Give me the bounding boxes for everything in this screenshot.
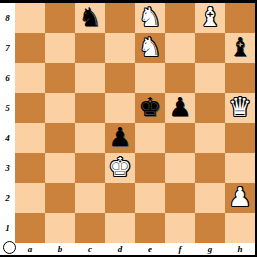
file-label-d: d bbox=[105, 243, 135, 255]
square-g3[interactable] bbox=[195, 153, 225, 183]
square-g1[interactable] bbox=[195, 213, 225, 243]
square-b1[interactable] bbox=[45, 213, 75, 243]
square-c5[interactable] bbox=[75, 93, 105, 123]
square-e1[interactable] bbox=[135, 213, 165, 243]
file-label-h: h bbox=[225, 243, 255, 255]
square-a2[interactable] bbox=[15, 183, 45, 213]
frame-border-right bbox=[255, 0, 257, 257]
square-f7[interactable] bbox=[165, 33, 195, 63]
piece-white-knight[interactable]: ♞ bbox=[138, 4, 161, 30]
square-c8[interactable]: ♞ bbox=[75, 3, 105, 33]
square-g6[interactable] bbox=[195, 63, 225, 93]
square-f1[interactable] bbox=[165, 213, 195, 243]
square-g5[interactable] bbox=[195, 93, 225, 123]
square-h3[interactable] bbox=[225, 153, 255, 183]
rank-label-3: 3 bbox=[0, 153, 15, 183]
chess-diagram: ♞♞♝♞♝♚♟♛♟♚♟ 87654321 abcdefgh bbox=[0, 0, 257, 257]
square-h4[interactable] bbox=[225, 123, 255, 153]
square-g7[interactable] bbox=[195, 33, 225, 63]
square-b4[interactable] bbox=[45, 123, 75, 153]
square-b2[interactable] bbox=[45, 183, 75, 213]
rank-label-7: 7 bbox=[0, 33, 15, 63]
square-d3[interactable]: ♚ bbox=[105, 153, 135, 183]
rank-label-4: 4 bbox=[0, 123, 15, 153]
square-b5[interactable] bbox=[45, 93, 75, 123]
piece-white-king[interactable]: ♚ bbox=[108, 154, 131, 180]
square-c3[interactable] bbox=[75, 153, 105, 183]
file-label-f: f bbox=[165, 243, 195, 255]
square-a6[interactable] bbox=[15, 63, 45, 93]
square-d4[interactable]: ♟ bbox=[105, 123, 135, 153]
square-a1[interactable] bbox=[15, 213, 45, 243]
square-h6[interactable] bbox=[225, 63, 255, 93]
square-a5[interactable] bbox=[15, 93, 45, 123]
square-d7[interactable] bbox=[105, 33, 135, 63]
file-label-e: e bbox=[135, 243, 165, 255]
square-a3[interactable] bbox=[15, 153, 45, 183]
square-e2[interactable] bbox=[135, 183, 165, 213]
square-c6[interactable] bbox=[75, 63, 105, 93]
piece-white-knight[interactable]: ♞ bbox=[138, 34, 161, 60]
piece-black-bishop[interactable]: ♝ bbox=[228, 34, 251, 60]
square-h7[interactable]: ♝ bbox=[225, 33, 255, 63]
file-label-a: a bbox=[15, 243, 45, 255]
white-to-move-icon bbox=[3, 241, 16, 254]
square-g8[interactable]: ♝ bbox=[195, 3, 225, 33]
piece-white-pawn[interactable]: ♟ bbox=[228, 184, 251, 210]
square-a4[interactable] bbox=[15, 123, 45, 153]
square-d1[interactable] bbox=[105, 213, 135, 243]
square-c4[interactable] bbox=[75, 123, 105, 153]
square-f3[interactable] bbox=[165, 153, 195, 183]
piece-black-knight[interactable]: ♞ bbox=[78, 4, 101, 30]
square-f6[interactable] bbox=[165, 63, 195, 93]
square-h1[interactable] bbox=[225, 213, 255, 243]
square-f4[interactable] bbox=[165, 123, 195, 153]
rank-label-2: 2 bbox=[0, 183, 15, 213]
square-f8[interactable] bbox=[165, 3, 195, 33]
square-f5[interactable]: ♟ bbox=[165, 93, 195, 123]
square-b8[interactable] bbox=[45, 3, 75, 33]
square-d2[interactable] bbox=[105, 183, 135, 213]
rank-label-5: 5 bbox=[0, 93, 15, 123]
square-c2[interactable] bbox=[75, 183, 105, 213]
piece-black-king[interactable]: ♚ bbox=[138, 94, 161, 120]
file-label-g: g bbox=[195, 243, 225, 255]
piece-black-pawn[interactable]: ♟ bbox=[168, 94, 191, 120]
square-e6[interactable] bbox=[135, 63, 165, 93]
piece-white-bishop[interactable]: ♝ bbox=[198, 4, 221, 30]
square-a8[interactable] bbox=[15, 3, 45, 33]
chess-board[interactable]: ♞♞♝♞♝♚♟♛♟♚♟ bbox=[15, 3, 255, 243]
file-label-c: c bbox=[75, 243, 105, 255]
square-d8[interactable] bbox=[105, 3, 135, 33]
square-h2[interactable]: ♟ bbox=[225, 183, 255, 213]
square-h8[interactable] bbox=[225, 3, 255, 33]
square-c7[interactable] bbox=[75, 33, 105, 63]
square-b6[interactable] bbox=[45, 63, 75, 93]
square-g2[interactable] bbox=[195, 183, 225, 213]
square-e7[interactable]: ♞ bbox=[135, 33, 165, 63]
piece-white-queen[interactable]: ♛ bbox=[228, 94, 251, 120]
square-a7[interactable] bbox=[15, 33, 45, 63]
square-e3[interactable] bbox=[135, 153, 165, 183]
rank-label-1: 1 bbox=[0, 213, 15, 243]
rank-labels: 87654321 bbox=[0, 3, 15, 243]
file-label-b: b bbox=[45, 243, 75, 255]
square-d6[interactable] bbox=[105, 63, 135, 93]
square-d5[interactable] bbox=[105, 93, 135, 123]
square-b3[interactable] bbox=[45, 153, 75, 183]
square-f2[interactable] bbox=[165, 183, 195, 213]
square-e8[interactable]: ♞ bbox=[135, 3, 165, 33]
square-e4[interactable] bbox=[135, 123, 165, 153]
piece-black-pawn[interactable]: ♟ bbox=[108, 124, 131, 150]
square-h5[interactable]: ♛ bbox=[225, 93, 255, 123]
rank-label-6: 6 bbox=[0, 63, 15, 93]
square-e5[interactable]: ♚ bbox=[135, 93, 165, 123]
square-b7[interactable] bbox=[45, 33, 75, 63]
square-g4[interactable] bbox=[195, 123, 225, 153]
square-c1[interactable] bbox=[75, 213, 105, 243]
rank-label-8: 8 bbox=[0, 3, 15, 33]
file-labels: abcdefgh bbox=[15, 243, 255, 255]
